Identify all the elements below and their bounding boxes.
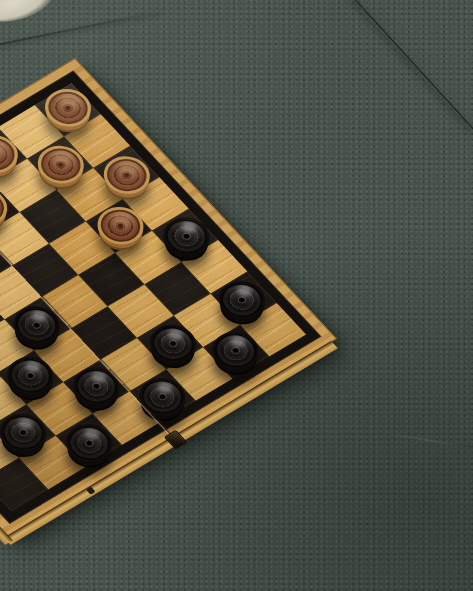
sofa-crease-lower-right [383,432,473,449]
cushion-sliver [0,0,57,29]
sofa-seam-diagonal [352,0,473,131]
